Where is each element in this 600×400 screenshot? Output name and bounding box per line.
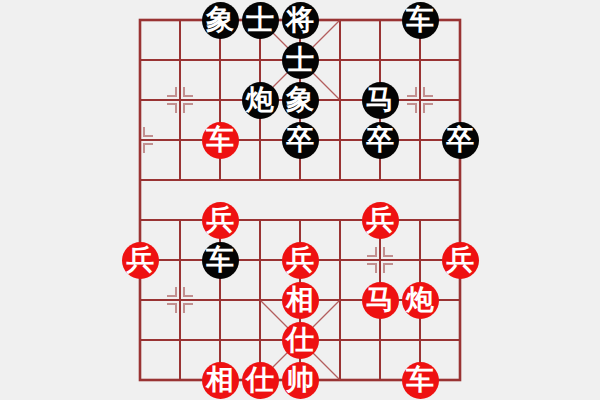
piece-black-elephant[interactable]: 象 xyxy=(282,82,319,119)
piece-black-advisor[interactable]: 士 xyxy=(242,2,279,39)
piece-black-chariot[interactable]: 车 xyxy=(202,242,239,279)
piece-red-horse[interactable]: 马 xyxy=(362,282,399,319)
piece-red-advisor[interactable]: 仕 xyxy=(242,362,279,399)
piece-black-soldier[interactable]: 卒 xyxy=(362,122,399,159)
piece-black-elephant[interactable]: 象 xyxy=(202,2,239,39)
piece-black-advisor[interactable]: 士 xyxy=(282,42,319,79)
piece-black-soldier[interactable]: 卒 xyxy=(282,122,319,159)
piece-red-soldier[interactable]: 兵 xyxy=(442,242,479,279)
piece-black-soldier[interactable]: 卒 xyxy=(442,122,479,159)
piece-black-horse[interactable]: 马 xyxy=(362,82,399,119)
piece-red-general[interactable]: 帅 xyxy=(282,362,319,399)
piece-red-chariot[interactable]: 车 xyxy=(402,362,439,399)
piece-red-elephant[interactable]: 相 xyxy=(282,282,319,319)
piece-black-cannon[interactable]: 炮 xyxy=(242,82,279,119)
piece-red-soldier[interactable]: 兵 xyxy=(202,202,239,239)
piece-red-cannon[interactable]: 炮 xyxy=(402,282,439,319)
piece-red-soldier[interactable]: 兵 xyxy=(122,242,159,279)
xiangqi-board: 象士将车士炮象马车卒卒卒兵兵兵车兵兵相马炮仕相仕帅车 xyxy=(0,0,600,400)
piece-red-soldier[interactable]: 兵 xyxy=(282,242,319,279)
piece-red-chariot[interactable]: 车 xyxy=(202,122,239,159)
piece-red-elephant[interactable]: 相 xyxy=(202,362,239,399)
piece-black-general[interactable]: 将 xyxy=(282,2,319,39)
piece-red-advisor[interactable]: 仕 xyxy=(282,322,319,359)
piece-black-chariot[interactable]: 车 xyxy=(402,2,439,39)
piece-red-soldier[interactable]: 兵 xyxy=(362,202,399,239)
pieces-layer: 象士将车士炮象马车卒卒卒兵兵兵车兵兵相马炮仕相仕帅车 xyxy=(0,0,600,400)
